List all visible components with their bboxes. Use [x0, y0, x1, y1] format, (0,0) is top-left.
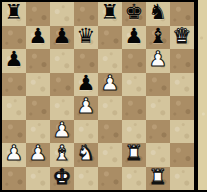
board-border-bottom: [0, 190, 207, 192]
square-e2[interactable]: [98, 143, 122, 167]
square-g1[interactable]: ♜: [146, 167, 170, 191]
background-strip: [198, 0, 207, 190]
square-h3[interactable]: [170, 120, 194, 144]
square-d5[interactable]: ♟: [74, 73, 98, 97]
square-a5[interactable]: [2, 73, 26, 97]
chess-board: ♜♜♚♞♟♟♛♟♝♛♟♟♟♟♟♟♟♟♝♞♜♚♜: [2, 2, 194, 190]
square-a8[interactable]: ♜: [2, 2, 26, 26]
square-c3[interactable]: ♟: [50, 120, 74, 144]
square-a7[interactable]: [2, 26, 26, 50]
square-g5[interactable]: [146, 73, 170, 97]
piece-black-pawn-f7[interactable]: ♟: [125, 26, 144, 47]
square-h8[interactable]: [170, 2, 194, 26]
square-a1[interactable]: [2, 167, 26, 191]
piece-white-knight-d2[interactable]: ♞: [77, 143, 96, 164]
square-a6[interactable]: ♟: [2, 49, 26, 73]
piece-black-rook-a8[interactable]: ♜: [5, 2, 24, 23]
piece-white-pawn-e5[interactable]: ♟: [101, 73, 120, 94]
square-f1[interactable]: [122, 167, 146, 191]
square-f5[interactable]: [122, 73, 146, 97]
piece-black-pawn-b7[interactable]: ♟: [29, 26, 48, 47]
piece-black-pawn-a6[interactable]: ♟: [5, 49, 24, 70]
square-d3[interactable]: [74, 120, 98, 144]
square-a3[interactable]: [2, 120, 26, 144]
square-a4[interactable]: [2, 96, 26, 120]
piece-white-rook-f2[interactable]: ♜: [125, 143, 144, 164]
square-f6[interactable]: [122, 49, 146, 73]
piece-white-pawn-d4[interactable]: ♟: [77, 96, 96, 117]
square-h6[interactable]: [170, 49, 194, 73]
square-e4[interactable]: [98, 96, 122, 120]
square-c5[interactable]: [50, 73, 74, 97]
square-b5[interactable]: [26, 73, 50, 97]
square-f7[interactable]: ♟: [122, 26, 146, 50]
square-a2[interactable]: ♟: [2, 143, 26, 167]
piece-white-pawn-g6[interactable]: ♟: [149, 49, 168, 70]
square-h2[interactable]: [170, 143, 194, 167]
square-e6[interactable]: [98, 49, 122, 73]
square-h7[interactable]: ♛: [170, 26, 194, 50]
square-c8[interactable]: [50, 2, 74, 26]
square-h5[interactable]: [170, 73, 194, 97]
square-b4[interactable]: [26, 96, 50, 120]
chess-app-window: ♜♜♚♞♟♟♛♟♝♛♟♟♟♟♟♟♟♟♝♞♜♚♜: [0, 0, 207, 192]
piece-black-pawn-d5[interactable]: ♟: [77, 73, 96, 94]
piece-white-pawn-c3[interactable]: ♟: [53, 120, 72, 141]
square-h1[interactable]: [170, 167, 194, 191]
piece-black-bishop-g7[interactable]: ♝: [149, 26, 168, 47]
square-b2[interactable]: ♟: [26, 143, 50, 167]
piece-black-king-f8[interactable]: ♚: [125, 2, 144, 23]
square-g3[interactable]: [146, 120, 170, 144]
square-e5[interactable]: ♟: [98, 73, 122, 97]
square-e7[interactable]: [98, 26, 122, 50]
square-b7[interactable]: ♟: [26, 26, 50, 50]
square-c7[interactable]: ♟: [50, 26, 74, 50]
square-b3[interactable]: [26, 120, 50, 144]
square-d8[interactable]: [74, 2, 98, 26]
square-f4[interactable]: [122, 96, 146, 120]
square-e3[interactable]: [98, 120, 122, 144]
piece-black-rook-e8[interactable]: ♜: [101, 2, 120, 23]
square-e1[interactable]: [98, 167, 122, 191]
square-g2[interactable]: [146, 143, 170, 167]
square-b8[interactable]: [26, 2, 50, 26]
square-d7[interactable]: ♛: [74, 26, 98, 50]
square-g8[interactable]: ♞: [146, 2, 170, 26]
piece-black-queen-d7[interactable]: ♛: [77, 26, 96, 47]
square-c6[interactable]: [50, 49, 74, 73]
piece-white-pawn-a2[interactable]: ♟: [5, 143, 24, 164]
piece-white-queen-h7[interactable]: ♛: [173, 26, 192, 47]
square-c1[interactable]: ♚: [50, 167, 74, 191]
piece-white-king-c1[interactable]: ♚: [53, 167, 72, 188]
piece-white-pawn-b2[interactable]: ♟: [29, 143, 48, 164]
square-g6[interactable]: ♟: [146, 49, 170, 73]
piece-white-rook-g1[interactable]: ♜: [149, 167, 168, 188]
square-c4[interactable]: [50, 96, 74, 120]
square-b1[interactable]: [26, 167, 50, 191]
square-d6[interactable]: [74, 49, 98, 73]
square-e8[interactable]: ♜: [98, 2, 122, 26]
square-f3[interactable]: [122, 120, 146, 144]
square-f8[interactable]: ♚: [122, 2, 146, 26]
square-f2[interactable]: ♜: [122, 143, 146, 167]
square-g4[interactable]: [146, 96, 170, 120]
square-d1[interactable]: [74, 167, 98, 191]
square-c2[interactable]: ♝: [50, 143, 74, 167]
square-d2[interactable]: ♞: [74, 143, 98, 167]
square-g7[interactable]: ♝: [146, 26, 170, 50]
square-d4[interactable]: ♟: [74, 96, 98, 120]
piece-black-knight-g8[interactable]: ♞: [149, 2, 168, 23]
square-h4[interactable]: [170, 96, 194, 120]
piece-white-bishop-c2[interactable]: ♝: [53, 143, 72, 164]
piece-black-pawn-c7[interactable]: ♟: [53, 26, 72, 47]
square-b6[interactable]: [26, 49, 50, 73]
